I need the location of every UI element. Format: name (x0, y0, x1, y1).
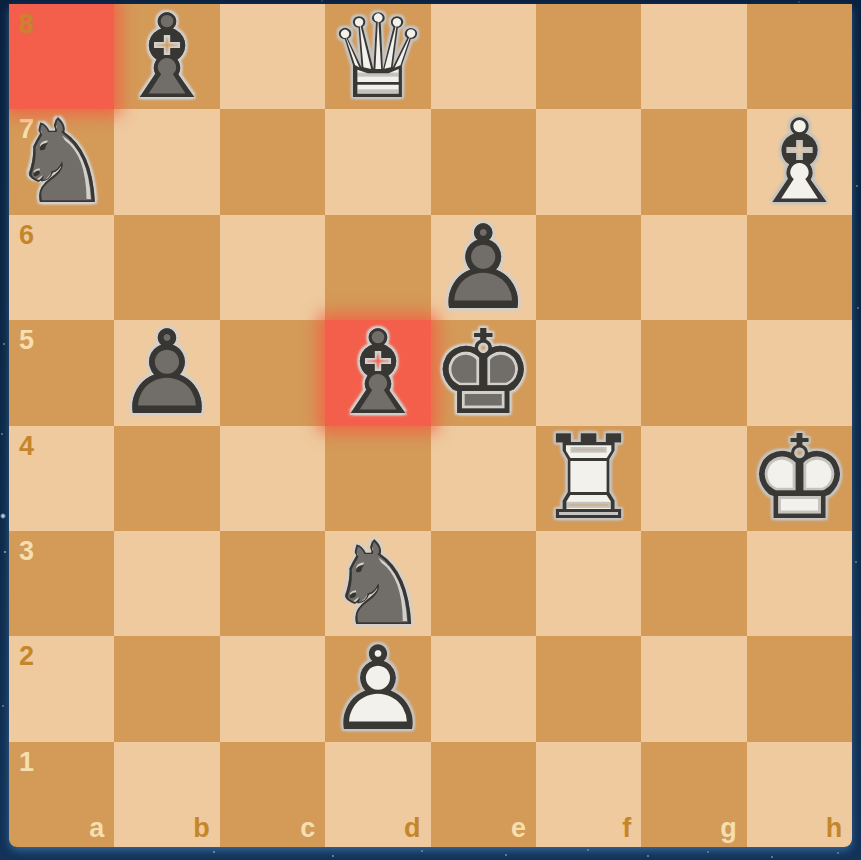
pawn-outline-icon: ♙ (114, 320, 219, 425)
pawn-outline-icon: ♙ (325, 636, 430, 741)
king-outline-icon: ♔ (431, 320, 536, 425)
bishop-outline-icon: ♗ (325, 320, 430, 425)
bishop-outline-icon: ♗ (114, 4, 219, 109)
piece-black-knight-a7[interactable]: ♞♘ (9, 109, 114, 214)
board-pieces: ♝♗♛♕♞♘♝♗♟♙♟♙♝♗♚♔♜♖♚♔♞♘♟♙ (9, 4, 852, 847)
piece-black-bishop-d5[interactable]: ♝♗ (325, 320, 430, 425)
queen-outline-icon: ♕ (325, 4, 430, 109)
bishop-outline-icon: ♗ (747, 109, 852, 214)
king-outline-icon: ♔ (747, 426, 852, 531)
piece-white-bishop-h7[interactable]: ♝♗ (747, 109, 852, 214)
piece-black-bishop-b8[interactable]: ♝♗ (114, 4, 219, 109)
knight-outline-icon: ♘ (9, 109, 114, 214)
piece-white-pawn-d2[interactable]: ♟♙ (325, 636, 430, 741)
piece-white-rook-f4[interactable]: ♜♖ (536, 426, 641, 531)
rook-outline-icon: ♖ (536, 426, 641, 531)
piece-white-king-h4[interactable]: ♚♔ (747, 426, 852, 531)
chess-board: 87654321abcdefgh ♝♗♛♕♞♘♝♗♟♙♟♙♝♗♚♔♜♖♚♔♞♘♟… (9, 4, 852, 847)
piece-white-queen-d8[interactable]: ♛♕ (325, 4, 430, 109)
space-background: 87654321abcdefgh ♝♗♛♕♞♘♝♗♟♙♟♙♝♗♚♔♜♖♚♔♞♘♟… (0, 0, 861, 860)
piece-black-pawn-b5[interactable]: ♟♙ (114, 320, 219, 425)
piece-black-king-e5[interactable]: ♚♔ (431, 320, 536, 425)
